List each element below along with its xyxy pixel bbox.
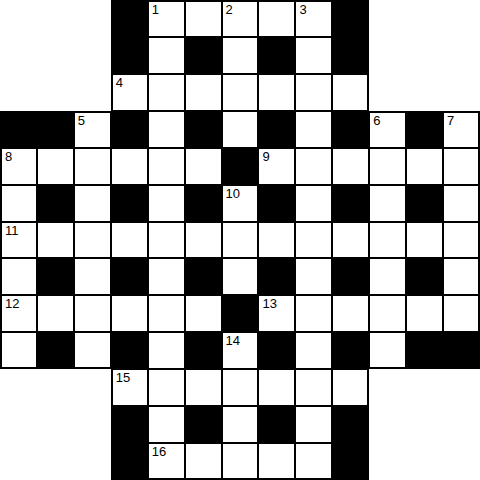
outside-area bbox=[0, 74, 37, 111]
outside-area bbox=[369, 406, 406, 443]
block-cell-r4c6 bbox=[185, 111, 222, 148]
block-cell-r8c12 bbox=[406, 258, 443, 295]
white-cell-r7c12[interactable] bbox=[406, 222, 443, 259]
white-cell-r9c10[interactable] bbox=[332, 295, 369, 332]
outside-area bbox=[0, 443, 37, 480]
outside-area bbox=[0, 0, 37, 37]
white-cell-r13c5[interactable]: 16 bbox=[148, 443, 185, 480]
white-cell-r8c7[interactable] bbox=[222, 258, 259, 295]
white-cell-r6c1[interactable] bbox=[0, 185, 37, 222]
white-cell-r9c4[interactable] bbox=[111, 295, 148, 332]
white-cell-r5c3[interactable] bbox=[74, 148, 111, 185]
white-cell-r3c5[interactable] bbox=[148, 74, 185, 111]
clue-number-16: 16 bbox=[152, 444, 166, 459]
white-cell-r2c9[interactable] bbox=[295, 37, 332, 74]
block-cell-r6c2 bbox=[37, 185, 74, 222]
block-cell-r13c4 bbox=[111, 443, 148, 480]
block-cell-r8c10 bbox=[332, 258, 369, 295]
clue-number-4: 4 bbox=[116, 75, 123, 90]
outside-area bbox=[369, 443, 406, 480]
clue-number-5: 5 bbox=[78, 113, 85, 128]
white-cell-r6c9[interactable] bbox=[295, 185, 332, 222]
white-cell-r5c13[interactable] bbox=[443, 148, 480, 185]
white-cell-r9c11[interactable] bbox=[369, 295, 406, 332]
white-cell-r6c5[interactable] bbox=[148, 185, 185, 222]
white-cell-r2c5[interactable] bbox=[148, 37, 185, 74]
white-cell-r4c3[interactable]: 5 bbox=[74, 111, 111, 148]
white-cell-r6c11[interactable] bbox=[369, 185, 406, 222]
white-cell-r9c13[interactable] bbox=[443, 295, 480, 332]
white-cell-r5c10[interactable] bbox=[332, 148, 369, 185]
white-cell-r13c6[interactable] bbox=[185, 443, 222, 480]
white-cell-r10c1[interactable] bbox=[0, 332, 37, 369]
white-cell-r10c3[interactable] bbox=[74, 332, 111, 369]
white-cell-r6c13[interactable] bbox=[443, 185, 480, 222]
outside-area bbox=[406, 369, 443, 406]
outside-area bbox=[369, 74, 406, 111]
outside-area bbox=[0, 37, 37, 74]
white-cell-r7c9[interactable] bbox=[295, 222, 332, 259]
white-cell-r13c7[interactable] bbox=[222, 443, 259, 480]
white-cell-r5c12[interactable] bbox=[406, 148, 443, 185]
white-cell-r7c7[interactable] bbox=[222, 222, 259, 259]
clue-number-10: 10 bbox=[226, 186, 240, 201]
outside-area bbox=[443, 406, 480, 443]
white-cell-r11c5[interactable] bbox=[148, 369, 185, 406]
outside-area bbox=[369, 0, 406, 37]
white-cell-r4c11[interactable]: 6 bbox=[369, 111, 406, 148]
white-cell-r6c3[interactable] bbox=[74, 185, 111, 222]
block-cell-r10c10 bbox=[332, 332, 369, 369]
outside-area bbox=[443, 369, 480, 406]
block-cell-r1c4 bbox=[111, 0, 148, 37]
white-cell-r3c8[interactable] bbox=[258, 74, 295, 111]
outside-area bbox=[406, 0, 443, 37]
white-cell-r7c3[interactable] bbox=[74, 222, 111, 259]
outside-area bbox=[406, 74, 443, 111]
outside-area bbox=[406, 443, 443, 480]
block-cell-r4c8 bbox=[258, 111, 295, 148]
clue-number-2: 2 bbox=[226, 2, 233, 17]
clue-number-9: 9 bbox=[262, 149, 269, 164]
outside-area bbox=[369, 369, 406, 406]
white-cell-r7c5[interactable] bbox=[148, 222, 185, 259]
block-cell-r6c10 bbox=[332, 185, 369, 222]
block-cell-r4c10 bbox=[332, 111, 369, 148]
block-cell-r2c4 bbox=[111, 37, 148, 74]
white-cell-r3c4[interactable]: 4 bbox=[111, 74, 148, 111]
white-cell-r13c8[interactable] bbox=[258, 443, 295, 480]
white-cell-r11c4[interactable]: 15 bbox=[111, 369, 148, 406]
white-cell-r3c7[interactable] bbox=[222, 74, 259, 111]
outside-area bbox=[443, 74, 480, 111]
block-cell-r10c2 bbox=[37, 332, 74, 369]
clue-number-3: 3 bbox=[299, 2, 306, 17]
crossword-board: 12345678910111213141516 bbox=[0, 0, 480, 480]
white-cell-r2c7[interactable] bbox=[222, 37, 259, 74]
white-cell-r5c2[interactable] bbox=[37, 148, 74, 185]
block-cell-r12c4 bbox=[111, 406, 148, 443]
block-cell-r4c12 bbox=[406, 111, 443, 148]
white-cell-r3c10[interactable] bbox=[332, 74, 369, 111]
block-cell-r2c8 bbox=[258, 37, 295, 74]
white-cell-r9c5[interactable] bbox=[148, 295, 185, 332]
white-cell-r13c9[interactable] bbox=[295, 443, 332, 480]
white-cell-r7c4[interactable] bbox=[111, 222, 148, 259]
block-cell-r10c13 bbox=[443, 332, 480, 369]
block-cell-r2c10 bbox=[332, 37, 369, 74]
white-cell-r9c2[interactable] bbox=[37, 295, 74, 332]
block-cell-r10c12 bbox=[406, 332, 443, 369]
outside-area bbox=[443, 443, 480, 480]
white-cell-r8c5[interactable] bbox=[148, 258, 185, 295]
white-cell-r4c9[interactable] bbox=[295, 111, 332, 148]
white-cell-r5c1[interactable]: 8 bbox=[0, 148, 37, 185]
white-cell-r6c7[interactable]: 10 bbox=[222, 185, 259, 222]
block-cell-r12c6 bbox=[185, 406, 222, 443]
outside-area bbox=[369, 37, 406, 74]
outside-area bbox=[443, 37, 480, 74]
white-cell-r7c11[interactable] bbox=[369, 222, 406, 259]
white-cell-r9c12[interactable] bbox=[406, 295, 443, 332]
white-cell-r11c6[interactable] bbox=[185, 369, 222, 406]
outside-area bbox=[74, 0, 111, 37]
white-cell-r12c5[interactable] bbox=[148, 406, 185, 443]
white-cell-r1c9[interactable]: 3 bbox=[295, 0, 332, 37]
block-cell-r6c4 bbox=[111, 185, 148, 222]
outside-area bbox=[406, 406, 443, 443]
white-cell-r4c13[interactable]: 7 bbox=[443, 111, 480, 148]
block-cell-r4c2 bbox=[37, 111, 74, 148]
block-cell-r8c8 bbox=[258, 258, 295, 295]
outside-area bbox=[443, 0, 480, 37]
outside-area bbox=[37, 443, 74, 480]
white-cell-r5c9[interactable] bbox=[295, 148, 332, 185]
block-cell-r4c1 bbox=[0, 111, 37, 148]
block-cell-r2c6 bbox=[185, 37, 222, 74]
white-cell-r5c8[interactable]: 9 bbox=[258, 148, 295, 185]
white-cell-r8c1[interactable] bbox=[0, 258, 37, 295]
white-cell-r9c1[interactable]: 12 bbox=[0, 295, 37, 332]
white-cell-r5c11[interactable] bbox=[369, 148, 406, 185]
block-cell-r8c6 bbox=[185, 258, 222, 295]
white-cell-r3c9[interactable] bbox=[295, 74, 332, 111]
white-cell-r10c7[interactable]: 14 bbox=[222, 332, 259, 369]
block-cell-r8c2 bbox=[37, 258, 74, 295]
block-cell-r8c4 bbox=[111, 258, 148, 295]
white-cell-r11c8[interactable] bbox=[258, 369, 295, 406]
clue-number-15: 15 bbox=[116, 370, 130, 385]
outside-area bbox=[37, 74, 74, 111]
block-cell-r1c10 bbox=[332, 0, 369, 37]
outside-area bbox=[37, 37, 74, 74]
white-cell-r10c5[interactable] bbox=[148, 332, 185, 369]
white-cell-r7c2[interactable] bbox=[37, 222, 74, 259]
white-cell-r11c7[interactable] bbox=[222, 369, 259, 406]
white-cell-r1c6[interactable] bbox=[185, 0, 222, 37]
white-cell-r1c7[interactable]: 2 bbox=[222, 0, 259, 37]
white-cell-r7c10[interactable] bbox=[332, 222, 369, 259]
white-cell-r8c3[interactable] bbox=[74, 258, 111, 295]
white-cell-r12c7[interactable] bbox=[222, 406, 259, 443]
white-cell-r5c4[interactable] bbox=[111, 148, 148, 185]
block-cell-r10c6 bbox=[185, 332, 222, 369]
white-cell-r4c7[interactable] bbox=[222, 111, 259, 148]
clue-number-11: 11 bbox=[5, 223, 19, 238]
white-cell-r7c13[interactable] bbox=[443, 222, 480, 259]
clue-number-1: 1 bbox=[152, 2, 159, 17]
outside-area bbox=[406, 37, 443, 74]
white-cell-r8c9[interactable] bbox=[295, 258, 332, 295]
clue-number-12: 12 bbox=[5, 296, 19, 311]
white-cell-r1c8[interactable] bbox=[258, 0, 295, 37]
block-cell-r5c7 bbox=[222, 148, 259, 185]
white-cell-r4c5[interactable] bbox=[148, 111, 185, 148]
white-cell-r9c6[interactable] bbox=[185, 295, 222, 332]
outside-area bbox=[74, 443, 111, 480]
outside-area bbox=[0, 406, 37, 443]
block-cell-r6c12 bbox=[406, 185, 443, 222]
white-cell-r9c8[interactable]: 13 bbox=[258, 295, 295, 332]
white-cell-r5c5[interactable] bbox=[148, 148, 185, 185]
clue-number-14: 14 bbox=[226, 333, 240, 348]
white-cell-r7c1[interactable]: 11 bbox=[0, 222, 37, 259]
outside-area bbox=[74, 406, 111, 443]
white-cell-r9c3[interactable] bbox=[74, 295, 111, 332]
white-cell-r7c6[interactable] bbox=[185, 222, 222, 259]
clue-number-7: 7 bbox=[447, 113, 454, 128]
outside-area bbox=[37, 0, 74, 37]
block-cell-r6c8 bbox=[258, 185, 295, 222]
block-cell-r12c10 bbox=[332, 406, 369, 443]
block-cell-r13c10 bbox=[332, 443, 369, 480]
white-cell-r10c9[interactable] bbox=[295, 332, 332, 369]
block-cell-r4c4 bbox=[111, 111, 148, 148]
outside-area bbox=[74, 369, 111, 406]
outside-area bbox=[37, 369, 74, 406]
white-cell-r3c6[interactable] bbox=[185, 74, 222, 111]
outside-area bbox=[74, 37, 111, 74]
block-cell-r10c8 bbox=[258, 332, 295, 369]
white-cell-r8c11[interactable] bbox=[369, 258, 406, 295]
white-cell-r8c13[interactable] bbox=[443, 258, 480, 295]
white-cell-r9c9[interactable] bbox=[295, 295, 332, 332]
outside-area bbox=[37, 406, 74, 443]
outside-area bbox=[0, 369, 37, 406]
white-cell-r11c10[interactable] bbox=[332, 369, 369, 406]
white-cell-r11c9[interactable] bbox=[295, 369, 332, 406]
white-cell-r5c6[interactable] bbox=[185, 148, 222, 185]
block-cell-r12c8 bbox=[258, 406, 295, 443]
white-cell-r12c9[interactable] bbox=[295, 406, 332, 443]
white-cell-r1c5[interactable]: 1 bbox=[148, 0, 185, 37]
block-cell-r9c7 bbox=[222, 295, 259, 332]
outside-area bbox=[74, 74, 111, 111]
white-cell-r10c11[interactable] bbox=[369, 332, 406, 369]
clue-number-6: 6 bbox=[373, 113, 380, 128]
clue-number-13: 13 bbox=[262, 296, 276, 311]
block-cell-r6c6 bbox=[185, 185, 222, 222]
block-cell-r10c4 bbox=[111, 332, 148, 369]
white-cell-r7c8[interactable] bbox=[258, 222, 295, 259]
clue-number-8: 8 bbox=[5, 149, 12, 164]
